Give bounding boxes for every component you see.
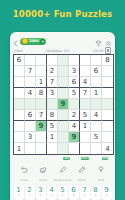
cell-r9c7[interactable]	[80, 143, 91, 154]
numpad-remaining-count: 5	[62, 194, 64, 198]
pencil-label: Pencil	[78, 178, 86, 182]
pencil-icon	[78, 158, 86, 177]
cell-r4c4[interactable]: 3	[47, 88, 58, 99]
cell-r5c7[interactable]	[80, 99, 91, 110]
cell-r6c9[interactable]	[102, 110, 113, 121]
cell-r6c3[interactable]: 7	[36, 110, 47, 121]
cell-r9c1[interactable]: 1	[14, 143, 25, 154]
timer: 00:00	[93, 47, 111, 54]
smart-pencil-button[interactable]: AD Smart Pencil	[54, 158, 72, 182]
cell-r8c2[interactable]: 3	[25, 132, 36, 143]
undo-label: Undo	[20, 178, 27, 182]
cell-r2c2[interactable]: 7	[25, 66, 36, 77]
cell-r6c2[interactable]: 6	[25, 110, 36, 121]
pencil-button[interactable]: OFF Pencil	[73, 158, 91, 182]
cell-r4c7[interactable]: 7	[80, 88, 91, 99]
cell-r4c9[interactable]	[102, 88, 113, 99]
cell-r7c3[interactable]: 9	[36, 121, 47, 132]
cell-r2c9[interactable]	[102, 66, 113, 77]
numpad-remaining-count: 7	[29, 194, 31, 198]
cell-r3c4[interactable]: 7	[47, 77, 58, 88]
cell-r3c2[interactable]	[25, 77, 36, 88]
numpad-key-2[interactable]: 27	[25, 185, 35, 200]
cell-r2c3[interactable]	[36, 66, 47, 77]
banner-title: 10000+ Fun Puzzles	[0, 9, 125, 19]
hint-label: Hint	[98, 178, 104, 182]
cell-r8c6[interactable]: 9	[69, 132, 80, 143]
coins-count: 2000	[29, 39, 39, 43]
cell-r5c6[interactable]	[69, 99, 80, 110]
pencil-badge: OFF	[81, 157, 89, 161]
cell-r1c7[interactable]	[80, 55, 91, 66]
hint-badge: AD	[102, 157, 108, 161]
cell-r1c1[interactable]: 6	[14, 55, 25, 66]
cell-r8c4[interactable]: 1	[47, 132, 58, 143]
cell-r3c7[interactable]: 4	[80, 77, 91, 88]
cell-r2c4[interactable]: 2	[47, 66, 58, 77]
cell-r6c5[interactable]	[58, 110, 69, 121]
eraser-icon	[39, 158, 47, 177]
difficulty-label[interactable]: Hard	[14, 49, 22, 53]
undo-icon	[20, 158, 28, 177]
cell-r4c2[interactable]: 4	[25, 88, 36, 99]
timer-value: 00:00	[93, 49, 103, 53]
cell-r2c8[interactable]: 6	[91, 66, 102, 77]
smart-pencil-badge: AD	[63, 157, 69, 161]
cell-r5c3[interactable]	[36, 99, 47, 110]
hint-button[interactable]: AD Hint	[92, 158, 110, 182]
phone-mockup: 2000 + Hard Mistakes: 0/3 00:00 68723617…	[10, 32, 115, 200]
cell-r7c4[interactable]: 5	[47, 121, 58, 132]
cell-r4c6[interactable]: 5	[69, 88, 80, 99]
number-pad: 142736445565758696	[13, 185, 112, 200]
cell-r6c4[interactable]: 8	[47, 110, 58, 121]
cell-r5c5[interactable]: 9	[58, 99, 69, 110]
cell-r4c3[interactable]: 8	[36, 88, 47, 99]
cell-r4c8[interactable]: 1	[91, 88, 102, 99]
hint-bulb-icon	[97, 158, 105, 177]
cell-r8c9[interactable]	[102, 132, 113, 143]
cell-r7c6[interactable]: 4	[69, 121, 80, 132]
coin-icon	[22, 38, 28, 44]
numpad-remaining-count: 4	[18, 194, 20, 198]
numpad-key-1[interactable]: 14	[14, 185, 24, 200]
cell-r2c1[interactable]	[14, 66, 25, 77]
cell-r4c5[interactable]	[58, 88, 69, 99]
sudoku-board: 687236176448357196782549541319514	[13, 54, 114, 155]
cell-r9c4[interactable]	[47, 143, 58, 154]
cell-r1c8[interactable]	[91, 55, 102, 66]
numpad-remaining-count: 5	[84, 194, 86, 198]
numpad-key-9[interactable]: 96	[102, 185, 112, 200]
cell-r8c5[interactable]	[58, 132, 69, 143]
numpad-key-5[interactable]: 55	[58, 185, 68, 200]
cell-r7c2[interactable]	[25, 121, 36, 132]
status-row: Hard Mistakes: 0/3 00:00	[14, 48, 111, 53]
cell-r8c7[interactable]	[80, 132, 91, 143]
numpad-remaining-count: 6	[106, 194, 108, 198]
smart-pencil-icon	[59, 158, 67, 177]
cell-r9c6[interactable]	[69, 143, 80, 154]
numpad-key-8[interactable]: 86	[91, 185, 101, 200]
cell-r2c7[interactable]	[80, 66, 91, 77]
cell-r1c4[interactable]	[47, 55, 58, 66]
cell-r7c7[interactable]: 1	[80, 121, 91, 132]
cell-r6c1[interactable]	[14, 110, 25, 121]
cell-r3c3[interactable]: 1	[36, 77, 47, 88]
cell-r3c1[interactable]	[14, 77, 25, 88]
undo-button[interactable]: Undo	[15, 158, 33, 182]
cell-r4c1[interactable]	[14, 88, 25, 99]
cell-r9c3[interactable]	[36, 143, 47, 154]
cell-r6c7[interactable]: 5	[80, 110, 91, 121]
cell-r6c8[interactable]: 4	[91, 110, 102, 121]
cell-r3c5[interactable]	[58, 77, 69, 88]
cell-r5c9[interactable]	[102, 99, 113, 110]
cell-r5c8[interactable]	[91, 99, 102, 110]
numpad-key-3[interactable]: 36	[36, 185, 46, 200]
cell-r9c2[interactable]	[25, 143, 36, 154]
cell-r5c1[interactable]	[14, 99, 25, 110]
cell-r9c5[interactable]	[58, 143, 69, 154]
cell-r1c3[interactable]	[36, 55, 47, 66]
erase-button[interactable]: Erase	[34, 158, 52, 182]
cell-r5c4[interactable]	[47, 99, 58, 110]
pause-button[interactable]	[105, 47, 112, 54]
cell-r6c6[interactable]: 2	[69, 110, 80, 121]
toolbar: Undo Erase AD Smart Pencil OFF	[13, 158, 112, 182]
cell-r9c8[interactable]	[91, 143, 102, 154]
numpad-key-4[interactable]: 44	[47, 185, 57, 200]
game-header: 2000 +	[13, 36, 112, 46]
cell-r8c3[interactable]	[36, 132, 47, 143]
cell-r7c5[interactable]	[58, 121, 69, 132]
cell-r2c6[interactable]: 3	[69, 66, 80, 77]
cell-r7c8[interactable]	[91, 121, 102, 132]
numpad-key-7[interactable]: 75	[80, 185, 90, 200]
numpad-key-6[interactable]: 65	[69, 185, 79, 200]
cell-r5c2[interactable]	[25, 99, 36, 110]
cell-r9c9[interactable]: 4	[102, 143, 113, 154]
numpad-remaining-count: 5	[73, 194, 75, 198]
cell-r1c5[interactable]	[58, 55, 69, 66]
cell-r8c1[interactable]	[14, 132, 25, 143]
cell-r3c9[interactable]	[102, 77, 113, 88]
add-coins-button[interactable]: +	[40, 39, 45, 44]
cell-r7c1[interactable]	[14, 121, 25, 132]
cell-r1c6[interactable]	[69, 55, 80, 66]
cell-r1c2[interactable]	[25, 55, 36, 66]
cell-r1c9[interactable]: 8	[102, 55, 113, 66]
cell-r2c5[interactable]	[58, 66, 69, 77]
numpad-remaining-count: 6	[95, 194, 97, 198]
cell-r3c8[interactable]	[91, 77, 102, 88]
cell-r3c6[interactable]: 6	[69, 77, 80, 88]
coins-pill[interactable]: 2000 +	[20, 38, 46, 45]
cell-r8c8[interactable]: 5	[91, 132, 102, 143]
erase-label: Erase	[39, 178, 47, 182]
numpad-remaining-count: 6	[40, 194, 42, 198]
cell-r7c9[interactable]	[102, 121, 113, 132]
smart-pencil-label: Smart Pencil	[54, 178, 72, 182]
numpad-remaining-count: 4	[51, 194, 53, 198]
mistakes-label: Mistakes: 0/3	[46, 49, 69, 53]
